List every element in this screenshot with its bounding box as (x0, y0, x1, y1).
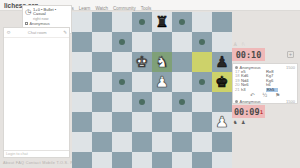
clock-top: 00:10 (232, 48, 265, 61)
square-c5[interactable] (112, 72, 132, 92)
square-f2[interactable] (172, 132, 192, 152)
white-king-d6[interactable]: ♚ (135, 55, 148, 70)
square-e2[interactable] (152, 132, 172, 152)
square-e1[interactable]: e (152, 152, 172, 168)
lichess-game-page: lichess.org PlayPuzzlesLearnWatchCommuni… (0, 0, 300, 168)
square-b2[interactable] (92, 132, 112, 152)
move-hint-dot-c7[interactable] (119, 39, 125, 45)
nav-item-learn[interactable]: Learn (79, 6, 91, 11)
chat-panel: ☺ Chat room ✎ Login to chat (3, 27, 70, 158)
square-h3[interactable]: ♟ (212, 112, 232, 132)
square-h2[interactable] (212, 132, 232, 152)
square-d3[interactable] (132, 112, 152, 132)
game-time-ago: right now (33, 17, 69, 22)
white-pawn-h3[interactable]: ♟ (215, 115, 228, 130)
nav-item-watch[interactable]: Watch (95, 6, 108, 11)
white-color-icon (25, 22, 28, 25)
square-b6[interactable] (92, 52, 112, 72)
chat-toggle-icon[interactable]: ✎ (63, 30, 67, 35)
give-more-time-icon[interactable]: + (287, 51, 294, 58)
chat-input[interactable]: Login to chat (4, 150, 69, 157)
square-c6[interactable] (112, 52, 132, 72)
square-e8[interactable]: ♜ (152, 12, 172, 32)
move-hint-dot-c5[interactable] (119, 79, 125, 85)
square-b5[interactable] (92, 72, 112, 92)
square-e6[interactable]: ♞ (152, 52, 172, 72)
square-g3[interactable] (192, 112, 212, 132)
chess-board[interactable]: ♜♚♞♟♟♚♟abcdefgh (72, 12, 232, 168)
square-f5[interactable] (172, 72, 192, 92)
square-f7[interactable] (172, 32, 192, 52)
game-speed-icon: ◷ (25, 8, 31, 15)
square-h1[interactable]: h (212, 152, 232, 168)
square-b7[interactable] (92, 32, 112, 52)
move-hint-dot-d4[interactable] (139, 99, 145, 105)
square-g7[interactable] (192, 32, 212, 52)
square-e5[interactable]: ♟ (152, 72, 172, 92)
nav-item-tools[interactable]: Tools (141, 6, 152, 11)
square-e3[interactable] (152, 112, 172, 132)
square-g8[interactable] (192, 12, 212, 32)
square-h8[interactable] (212, 12, 232, 32)
user-icon (235, 66, 238, 69)
clock-bottom: 00:09 1 (232, 105, 265, 118)
square-g6[interactable] (192, 52, 212, 72)
player-bottom-name[interactable]: Anonymous (240, 99, 261, 104)
square-c2[interactable] (112, 132, 132, 152)
square-e4[interactable] (152, 92, 172, 112)
square-a6[interactable] (72, 52, 92, 72)
clock-top-time: 00:10 (236, 50, 262, 60)
captured-pieces-top: ♙ ♘ (233, 41, 247, 47)
square-d7[interactable] (132, 32, 152, 52)
square-a5[interactable] (72, 72, 92, 92)
square-g1[interactable]: g (192, 152, 212, 168)
white-knight-e6[interactable]: ♞ (155, 55, 168, 70)
square-d4[interactable] (132, 92, 152, 112)
square-a4[interactable] (72, 92, 92, 112)
square-b8[interactable] (92, 12, 112, 32)
square-h6[interactable]: ♟ (212, 52, 232, 72)
square-g5[interactable] (192, 72, 212, 92)
nav-item-community[interactable]: Community (113, 6, 136, 11)
square-h5[interactable]: ♚ (212, 72, 232, 92)
player-row-bottom: Anonymous 1500 (233, 98, 297, 104)
square-c1[interactable]: c (112, 152, 132, 168)
square-c4[interactable] (112, 92, 132, 112)
user-icon (235, 100, 238, 103)
square-a3[interactable] (72, 112, 92, 132)
move-hint-dot-g5[interactable] (199, 79, 205, 85)
takeback-icon[interactable]: ↶ (250, 92, 255, 98)
square-a7[interactable] (72, 32, 92, 52)
move-hint-dot-d8[interactable] (139, 19, 145, 25)
square-h7[interactable] (212, 32, 232, 52)
square-a8[interactable] (72, 12, 92, 32)
square-c7[interactable] (112, 32, 132, 52)
square-d1[interactable]: d (132, 152, 152, 168)
square-b1[interactable]: b (92, 152, 112, 168)
move-hint-dot-f4[interactable] (179, 99, 185, 105)
square-h4[interactable] (212, 92, 232, 112)
square-f1[interactable]: f (172, 152, 192, 168)
square-d2[interactable] (132, 132, 152, 152)
black-king-h5[interactable]: ♚ (215, 75, 228, 90)
player-top-rating: 1500 (286, 65, 295, 70)
captured-pieces-bottom: ♞ ♟ (233, 119, 247, 125)
white-player-name: Anonymous (30, 22, 50, 27)
moves-panel: Anonymous 1500 17e5Re818Kd6Kg719Nd4Kg620… (232, 63, 298, 104)
square-g4[interactable] (192, 92, 212, 112)
square-a1[interactable]: a (72, 152, 92, 168)
square-d5[interactable] (132, 72, 152, 92)
square-d8[interactable] (132, 12, 152, 32)
square-e7[interactable] (152, 32, 172, 52)
square-b3[interactable] (92, 112, 112, 132)
move-number: 21 (233, 88, 241, 92)
square-f6[interactable] (172, 52, 192, 72)
player-top-name[interactable]: Anonymous (240, 65, 261, 70)
square-a2[interactable] (72, 132, 92, 152)
square-d6[interactable]: ♚ (132, 52, 152, 72)
move-hint-dot-g7[interactable] (199, 39, 205, 45)
resign-icon[interactable]: ⚑ (275, 92, 280, 98)
square-f4[interactable] (172, 92, 192, 112)
game-info-title: 1+0 • Bullet • Casual (33, 8, 69, 17)
move-list: 17e5Re818Kd6Kg719Nd4Kg620Ne6h621h3Kh5 (233, 70, 297, 92)
black-rook-e8[interactable]: ♜ (155, 15, 168, 30)
square-f3[interactable] (172, 112, 192, 132)
square-b4[interactable] (92, 92, 112, 112)
square-f8[interactable] (172, 12, 192, 32)
black-pawn-h6[interactable]: ♟ (215, 55, 228, 70)
chat-header: ☺ Chat room ✎ (4, 28, 69, 38)
square-g2[interactable] (192, 132, 212, 152)
chat-title: Chat room (11, 30, 63, 35)
square-c3[interactable] (112, 112, 132, 132)
white-player-line: Anonymous (25, 22, 69, 27)
clock-bottom-time: 00:09 (234, 107, 260, 117)
move-hint-dot-f8[interactable] (179, 19, 185, 25)
player-bottom-rating: 1500 (286, 99, 295, 104)
draw-offer-icon[interactable]: ½ (263, 92, 268, 98)
square-c8[interactable] (112, 12, 132, 32)
white-pawn-e5[interactable]: ♟ (155, 75, 168, 90)
clock-bottom-tenths: 1 (260, 109, 263, 115)
